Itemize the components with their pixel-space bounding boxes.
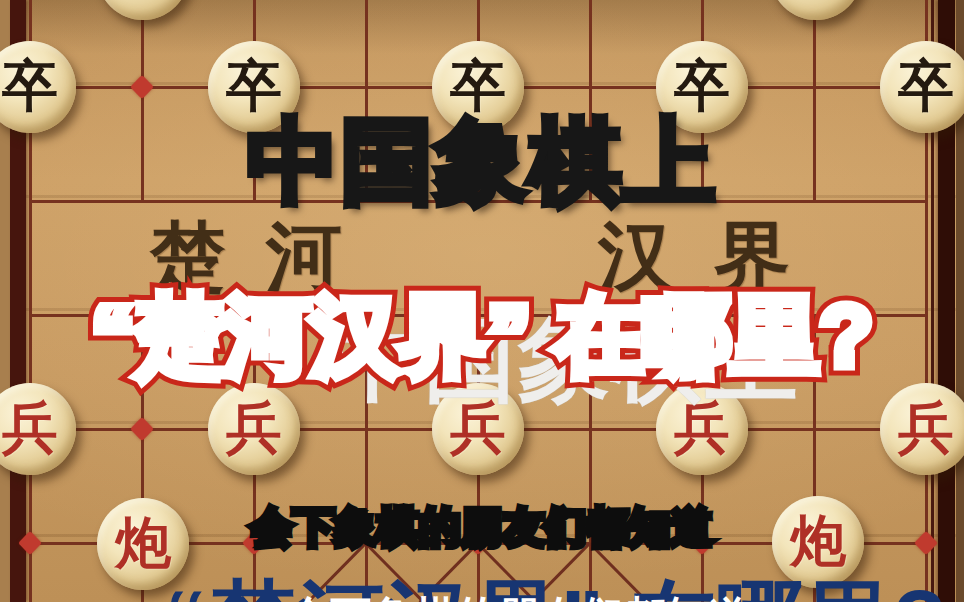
video-frame: 卒卒卒卒卒兵兵兵兵兵炮炮 楚河 汉界 中国象棋上 中国象棋上 “楚河汉界” 在哪… [0, 0, 964, 602]
title-outline: 中国象棋上 [164, 112, 799, 211]
subtitle-text: 会下象棋的朋友们都知道 [288, 593, 750, 602]
point-marker [130, 75, 154, 99]
question-inner-stroke: “楚河汉界” 在哪里? [18, 288, 947, 383]
subtitle-outline: 会下象棋的朋友们都知道 [214, 505, 750, 549]
subtitle-caption: 会下象棋的朋友们都知道 会下象棋的朋友们都知道 [0, 505, 964, 602]
piece-black-cannon-partial[interactable] [97, 0, 189, 20]
piece-black-cannon-partial[interactable] [770, 0, 862, 20]
